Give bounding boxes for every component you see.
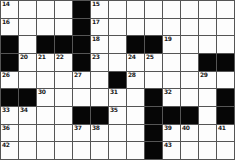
clue-number: 25	[146, 54, 154, 61]
white-cell[interactable]	[145, 19, 162, 36]
white-cell[interactable]	[127, 1, 144, 18]
white-cell[interactable]: 40	[181, 125, 198, 142]
clue-number: 17	[92, 19, 100, 26]
block-cell	[73, 36, 90, 53]
white-cell[interactable]	[37, 72, 54, 89]
white-cell[interactable]	[73, 89, 90, 106]
white-cell[interactable]: 39	[163, 125, 180, 142]
white-cell[interactable]	[199, 19, 216, 36]
clue-number: 35	[110, 107, 118, 114]
white-cell[interactable]: 17	[91, 19, 108, 36]
white-cell[interactable]	[127, 125, 144, 142]
clue-number: 33	[2, 107, 10, 114]
white-cell[interactable]: 37	[73, 125, 90, 142]
clue-number: 29	[200, 72, 208, 79]
block-cell	[145, 107, 162, 124]
clue-number: 18	[92, 36, 100, 43]
white-cell[interactable]: 20	[19, 54, 36, 71]
white-cell[interactable]: 29	[199, 72, 216, 89]
block-cell	[109, 72, 126, 89]
white-cell[interactable]: 18	[91, 36, 108, 53]
white-cell[interactable]: 28	[127, 72, 144, 89]
clue-number: 28	[128, 72, 136, 79]
white-cell[interactable]	[19, 1, 36, 18]
block-cell	[163, 107, 180, 124]
white-cell[interactable]	[19, 36, 36, 53]
white-cell[interactable]	[181, 89, 198, 106]
white-cell[interactable]	[127, 19, 144, 36]
white-cell[interactable]	[199, 89, 216, 106]
white-cell[interactable]	[55, 107, 72, 124]
white-cell[interactable]	[109, 19, 126, 36]
white-cell[interactable]	[55, 89, 72, 106]
white-cell[interactable]: 41	[217, 125, 234, 142]
clue-number: 30	[38, 89, 46, 96]
clue-number: 34	[20, 107, 28, 114]
crossword-grid: 1415161718192021222324252627282930313233…	[0, 0, 235, 160]
block-cell	[73, 1, 90, 18]
white-cell[interactable]	[127, 107, 144, 124]
white-cell[interactable]: 30	[37, 89, 54, 106]
white-cell[interactable]: 19	[163, 36, 180, 53]
clue-number: 43	[164, 142, 172, 149]
white-cell[interactable]: 35	[109, 107, 126, 124]
white-cell[interactable]	[109, 125, 126, 142]
white-cell[interactable]	[37, 19, 54, 36]
white-cell[interactable]	[163, 54, 180, 71]
clue-number: 32	[164, 89, 172, 96]
block-cell	[217, 107, 234, 124]
white-cell[interactable]: 34	[19, 107, 36, 124]
block-cell	[1, 54, 18, 71]
white-cell[interactable]: 31	[109, 89, 126, 106]
clue-number: 40	[182, 125, 190, 132]
white-cell[interactable]	[181, 72, 198, 89]
block-cell	[199, 54, 216, 71]
white-cell[interactable]	[181, 54, 198, 71]
clue-number: 21	[38, 54, 46, 61]
white-cell[interactable]	[109, 1, 126, 18]
clue-number: 23	[92, 54, 100, 61]
white-cell[interactable]	[55, 125, 72, 142]
block-cell	[73, 54, 90, 71]
white-cell[interactable]	[181, 1, 198, 18]
white-cell[interactable]	[199, 36, 216, 53]
white-cell[interactable]	[127, 89, 144, 106]
white-cell[interactable]: 36	[1, 125, 18, 142]
white-cell[interactable]: 15	[91, 1, 108, 18]
white-cell[interactable]	[199, 1, 216, 18]
white-cell[interactable]	[91, 72, 108, 89]
block-cell	[145, 125, 162, 142]
white-cell[interactable]	[199, 125, 216, 142]
block-cell	[73, 107, 90, 124]
white-cell[interactable]	[163, 19, 180, 36]
block-cell	[127, 36, 144, 53]
white-cell[interactable]	[163, 1, 180, 18]
block-cell	[145, 89, 162, 106]
white-cell[interactable]	[127, 142, 144, 159]
white-cell[interactable]	[181, 142, 198, 159]
white-cell[interactable]	[217, 1, 234, 18]
clue-number: 41	[218, 125, 226, 132]
white-cell[interactable]	[109, 54, 126, 71]
white-cell[interactable]	[217, 19, 234, 36]
white-cell[interactable]	[55, 1, 72, 18]
white-cell[interactable]: 43	[163, 142, 180, 159]
white-cell[interactable]	[109, 36, 126, 53]
block-cell	[145, 36, 162, 53]
white-cell[interactable]	[91, 142, 108, 159]
clue-number: 24	[128, 54, 136, 61]
white-cell[interactable]	[145, 72, 162, 89]
white-cell[interactable]	[109, 142, 126, 159]
white-cell[interactable]: 27	[73, 72, 90, 89]
white-cell[interactable]: 33	[1, 107, 18, 124]
white-cell[interactable]	[199, 107, 216, 124]
white-cell[interactable]	[19, 19, 36, 36]
white-cell[interactable]: 21	[37, 54, 54, 71]
white-cell[interactable]: 14	[1, 1, 18, 18]
white-cell[interactable]	[199, 142, 216, 159]
block-cell	[55, 36, 72, 53]
clue-number: 31	[110, 89, 118, 96]
white-cell[interactable]: 16	[1, 19, 18, 36]
block-cell	[91, 107, 108, 124]
white-cell[interactable]	[181, 19, 198, 36]
clue-number: 39	[164, 125, 172, 132]
white-cell[interactable]	[55, 72, 72, 89]
white-cell[interactable]	[37, 1, 54, 18]
white-cell[interactable]	[217, 72, 234, 89]
white-cell[interactable]: 42	[1, 142, 18, 159]
clue-number: 27	[74, 72, 82, 79]
clue-number: 14	[2, 1, 10, 8]
white-cell[interactable]: 23	[91, 54, 108, 71]
white-cell[interactable]	[37, 125, 54, 142]
white-cell[interactable]	[19, 125, 36, 142]
white-cell[interactable]: 38	[91, 125, 108, 142]
block-cell	[73, 19, 90, 36]
white-cell[interactable]: 24	[127, 54, 144, 71]
block-cell	[181, 107, 198, 124]
block-cell	[1, 89, 18, 106]
clue-number: 19	[164, 36, 172, 43]
clue-number: 26	[2, 72, 10, 79]
white-cell[interactable]: 26	[1, 72, 18, 89]
white-cell[interactable]	[73, 142, 90, 159]
block-cell	[37, 36, 54, 53]
block-cell	[217, 89, 234, 106]
clue-number: 36	[2, 125, 10, 132]
clue-number: 16	[2, 19, 10, 26]
white-cell[interactable]	[163, 72, 180, 89]
white-cell[interactable]: 32	[163, 89, 180, 106]
white-cell[interactable]	[37, 142, 54, 159]
white-cell[interactable]	[55, 19, 72, 36]
white-cell[interactable]: 25	[145, 54, 162, 71]
clue-number: 22	[56, 54, 64, 61]
white-cell[interactable]	[181, 36, 198, 53]
white-cell[interactable]	[145, 1, 162, 18]
white-cell[interactable]	[37, 107, 54, 124]
white-cell[interactable]	[217, 36, 234, 53]
clue-number: 15	[92, 1, 100, 8]
white-cell[interactable]: 22	[55, 54, 72, 71]
white-cell[interactable]	[19, 72, 36, 89]
clue-number: 42	[2, 142, 10, 149]
white-cell[interactable]	[91, 89, 108, 106]
white-cell[interactable]	[19, 142, 36, 159]
clue-number: 37	[74, 125, 82, 132]
block-cell	[217, 54, 234, 71]
white-cell[interactable]	[55, 142, 72, 159]
clue-number: 20	[20, 54, 28, 61]
clue-number: 38	[92, 125, 100, 132]
white-cell[interactable]	[217, 142, 234, 159]
block-cell	[1, 36, 18, 53]
block-cell	[145, 142, 162, 159]
block-cell	[19, 89, 36, 106]
